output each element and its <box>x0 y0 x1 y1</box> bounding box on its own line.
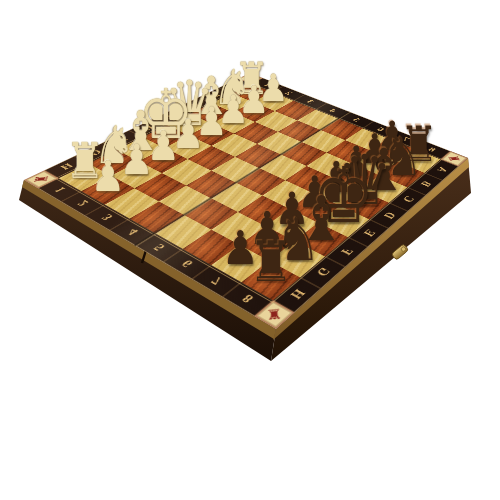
file-label-b: B <box>417 179 433 188</box>
file-label-g: G <box>87 149 104 158</box>
file-label-e: E <box>141 124 156 131</box>
rank-label-2: 2 <box>283 91 295 97</box>
rank-label-3: 3 <box>98 212 116 222</box>
rank-label-2: 2 <box>74 198 92 208</box>
file-label-h: H <box>287 287 309 301</box>
rank-label-7: 7 <box>400 136 412 143</box>
rank-label-4: 4 <box>327 108 339 114</box>
file-label-c: C <box>399 194 416 204</box>
file-label-h: H <box>58 162 76 171</box>
rank-label-3: 3 <box>304 99 316 105</box>
file-label-a: A <box>433 165 449 174</box>
chess-set-photo: 1234567812345678HGFEDCBAHGFEDCBA♜♜♜♜ ♜♟♞… <box>0 0 500 500</box>
rank-label-1: 1 <box>262 82 274 87</box>
rank-label-1: 1 <box>51 185 69 194</box>
file-label-g: G <box>313 266 334 279</box>
rank-label-6: 6 <box>375 126 387 133</box>
rank-label-7: 7 <box>207 274 225 287</box>
rank-label-5: 5 <box>150 242 168 253</box>
rank-label-8: 8 <box>426 146 438 153</box>
rank-label-6: 6 <box>178 258 196 270</box>
file-label-f: F <box>115 136 130 143</box>
rank-label-8: 8 <box>238 292 256 306</box>
file-label-f: F <box>338 246 357 257</box>
rank-label-5: 5 <box>350 117 362 123</box>
file-label-d: D <box>164 113 179 120</box>
file-label-e: E <box>359 227 377 238</box>
file-label-a: A <box>228 83 242 89</box>
file-label-c: C <box>187 102 202 109</box>
file-label-b: B <box>208 92 222 98</box>
file-label-d: D <box>380 210 398 220</box>
rank-label-4: 4 <box>123 227 141 238</box>
